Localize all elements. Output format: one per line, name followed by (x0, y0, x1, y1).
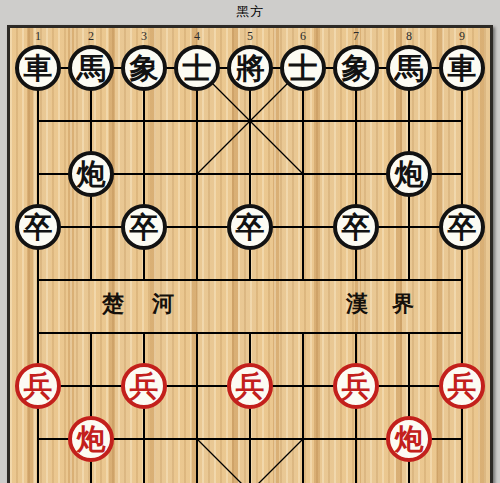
black-elephant[interactable]: 象 (333, 45, 379, 91)
red-cannon[interactable]: 炮 (386, 416, 432, 462)
black-soldier[interactable]: 卒 (227, 204, 273, 250)
red-soldier[interactable]: 兵 (227, 363, 273, 409)
black-soldier[interactable]: 卒 (15, 204, 61, 250)
red-soldier[interactable]: 兵 (439, 363, 485, 409)
black-horse[interactable]: 馬 (386, 45, 432, 91)
river-text: 界 (390, 289, 416, 319)
river-text: 楚 (100, 289, 126, 319)
board-grid (10, 28, 490, 483)
column-label-4: 4 (185, 29, 209, 44)
black-elephant[interactable]: 象 (121, 45, 167, 91)
column-label-3: 3 (132, 29, 156, 44)
column-label-8: 8 (397, 29, 421, 44)
black-cannon[interactable]: 炮 (68, 151, 114, 197)
river-text: 河 (150, 289, 176, 319)
black-horse[interactable]: 馬 (68, 45, 114, 91)
black-cannon[interactable]: 炮 (386, 151, 432, 197)
red-soldier[interactable]: 兵 (333, 363, 379, 409)
red-cannon[interactable]: 炮 (68, 416, 114, 462)
screen: 黑方 123456789楚河漢界車馬象士將士象馬車炮炮卒卒卒卒卒兵兵兵兵兵炮炮 (0, 0, 500, 483)
black-soldier[interactable]: 卒 (121, 204, 167, 250)
black-soldier[interactable]: 卒 (439, 204, 485, 250)
river-text: 漢 (344, 289, 370, 319)
column-label-9: 9 (450, 29, 474, 44)
black-side-label: 黑方 (0, 3, 500, 21)
black-advisor[interactable]: 士 (280, 45, 326, 91)
xiangqi-board[interactable]: 123456789楚河漢界車馬象士將士象馬車炮炮卒卒卒卒卒兵兵兵兵兵炮炮 (7, 25, 493, 483)
column-label-7: 7 (344, 29, 368, 44)
red-soldier[interactable]: 兵 (121, 363, 167, 409)
column-label-2: 2 (79, 29, 103, 44)
black-chariot[interactable]: 車 (439, 45, 485, 91)
black-soldier[interactable]: 卒 (333, 204, 379, 250)
column-label-5: 5 (238, 29, 262, 44)
red-soldier[interactable]: 兵 (15, 363, 61, 409)
black-chariot[interactable]: 車 (15, 45, 61, 91)
black-advisor[interactable]: 士 (174, 45, 220, 91)
column-label-1: 1 (26, 29, 50, 44)
black-general[interactable]: 將 (227, 45, 273, 91)
column-label-6: 6 (291, 29, 315, 44)
